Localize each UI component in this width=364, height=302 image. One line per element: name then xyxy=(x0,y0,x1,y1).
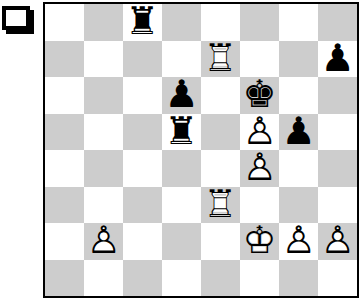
piece-outline-layer: ♖ xyxy=(203,185,237,223)
square-g7[interactable] xyxy=(279,41,318,78)
piece-outline-layer: ♙ xyxy=(281,221,315,259)
square-c4[interactable] xyxy=(123,150,162,187)
square-a2[interactable] xyxy=(45,223,84,260)
black-rook[interactable]: ♜ xyxy=(125,2,159,40)
square-h5[interactable] xyxy=(318,114,357,151)
square-f1[interactable] xyxy=(240,260,279,297)
white-pawn[interactable]: ♟♙ xyxy=(320,221,354,259)
square-h6[interactable] xyxy=(318,77,357,114)
square-d3[interactable] xyxy=(162,187,201,224)
square-b4[interactable] xyxy=(84,150,123,187)
square-h7[interactable]: ♟ xyxy=(318,41,357,78)
square-c8[interactable]: ♜ xyxy=(123,4,162,41)
square-c6[interactable] xyxy=(123,77,162,114)
white-king[interactable]: ♚♔ xyxy=(242,221,276,259)
square-d5[interactable]: ♜ xyxy=(162,114,201,151)
square-d4[interactable] xyxy=(162,150,201,187)
square-f8[interactable] xyxy=(240,4,279,41)
square-a5[interactable] xyxy=(45,114,84,151)
square-e2[interactable] xyxy=(201,223,240,260)
square-g5[interactable]: ♟ xyxy=(279,114,318,151)
square-g4[interactable] xyxy=(279,150,318,187)
square-b2[interactable]: ♟♙ xyxy=(84,223,123,260)
piece-outline-layer: ♙ xyxy=(86,221,120,259)
square-a4[interactable] xyxy=(45,150,84,187)
black-rook[interactable]: ♜ xyxy=(164,112,198,150)
square-h4[interactable] xyxy=(318,150,357,187)
black-pawn[interactable]: ♟ xyxy=(281,112,315,150)
square-e6[interactable] xyxy=(201,77,240,114)
square-e1[interactable] xyxy=(201,260,240,297)
white-pawn[interactable]: ♟♙ xyxy=(242,148,276,186)
piece-outline-layer: ♙ xyxy=(242,112,276,150)
white-to-move-indicator xyxy=(2,6,30,30)
square-f4[interactable]: ♟♙ xyxy=(240,150,279,187)
white-rook[interactable]: ♜♖ xyxy=(203,39,237,77)
square-a6[interactable] xyxy=(45,77,84,114)
square-a1[interactable] xyxy=(45,260,84,297)
square-b7[interactable] xyxy=(84,41,123,78)
white-pawn[interactable]: ♟♙ xyxy=(86,221,120,259)
square-g2[interactable]: ♟♙ xyxy=(279,223,318,260)
square-g1[interactable] xyxy=(279,260,318,297)
piece-outline-layer: ♙ xyxy=(320,221,354,259)
chess-board: ♜♜♖♟♟♚♜♟♙♟♟♙♜♖♟♙♚♔♟♙♟♙ xyxy=(43,2,359,298)
square-b1[interactable] xyxy=(84,260,123,297)
square-h2[interactable]: ♟♙ xyxy=(318,223,357,260)
square-c1[interactable] xyxy=(123,260,162,297)
square-e7[interactable]: ♜♖ xyxy=(201,41,240,78)
square-h1[interactable] xyxy=(318,260,357,297)
square-d1[interactable] xyxy=(162,260,201,297)
square-a7[interactable] xyxy=(45,41,84,78)
white-rook[interactable]: ♜♖ xyxy=(203,185,237,223)
square-b5[interactable] xyxy=(84,114,123,151)
square-d2[interactable] xyxy=(162,223,201,260)
square-b8[interactable] xyxy=(84,4,123,41)
white-pawn[interactable]: ♟♙ xyxy=(281,221,315,259)
square-a8[interactable] xyxy=(45,4,84,41)
square-e5[interactable] xyxy=(201,114,240,151)
square-d8[interactable] xyxy=(162,4,201,41)
square-a3[interactable] xyxy=(45,187,84,224)
square-e3[interactable]: ♜♖ xyxy=(201,187,240,224)
piece-outline-layer: ♖ xyxy=(203,39,237,77)
square-b6[interactable] xyxy=(84,77,123,114)
square-g8[interactable] xyxy=(279,4,318,41)
black-pawn[interactable]: ♟ xyxy=(320,39,354,77)
square-c2[interactable] xyxy=(123,223,162,260)
piece-outline-layer: ♔ xyxy=(242,221,276,259)
square-f2[interactable]: ♚♔ xyxy=(240,223,279,260)
white-pawn[interactable]: ♟♙ xyxy=(242,112,276,150)
piece-outline-layer: ♙ xyxy=(242,148,276,186)
square-c3[interactable] xyxy=(123,187,162,224)
page: ♜♜♖♟♟♚♜♟♙♟♟♙♜♖♟♙♚♔♟♙♟♙ xyxy=(0,0,364,302)
black-king[interactable]: ♚ xyxy=(242,75,276,113)
square-c5[interactable] xyxy=(123,114,162,151)
black-pawn[interactable]: ♟ xyxy=(164,75,198,113)
square-c7[interactable] xyxy=(123,41,162,78)
